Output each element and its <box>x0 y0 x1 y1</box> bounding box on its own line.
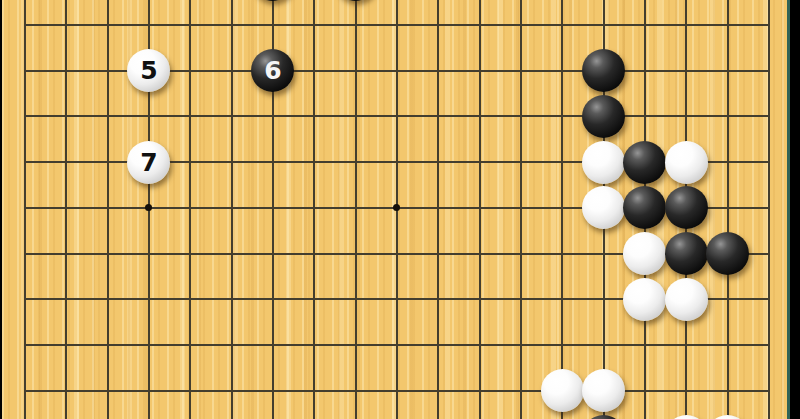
grid-vline <box>107 0 109 419</box>
stone-black: 6 <box>251 49 294 92</box>
stone-black <box>251 0 294 1</box>
star-point <box>393 204 400 211</box>
stone-white <box>623 278 666 321</box>
grid-hline <box>24 115 770 117</box>
grid-vline <box>313 0 315 419</box>
grid-vline <box>65 0 67 419</box>
stone-white <box>665 415 708 419</box>
stone-white <box>706 415 749 419</box>
stone-black <box>706 232 749 275</box>
grid-vline <box>189 0 191 419</box>
grid-hline <box>24 344 770 346</box>
grid-hline <box>24 24 770 26</box>
grid-vline <box>231 0 233 419</box>
move-number-label: 6 <box>264 58 281 83</box>
grid-vline <box>437 0 439 419</box>
stone-white <box>623 232 666 275</box>
grid-vline <box>355 0 357 419</box>
stone-white: 7 <box>127 141 170 184</box>
stone-white: 5 <box>127 49 170 92</box>
grid-vline <box>768 0 770 419</box>
grid-hline <box>24 390 770 392</box>
stone-white <box>541 369 584 412</box>
stone-black <box>623 186 666 229</box>
go-board: 567 <box>2 0 787 419</box>
move-number-label: 5 <box>140 58 157 83</box>
stone-black <box>665 186 708 229</box>
stone-black <box>623 141 666 184</box>
stone-black <box>582 95 625 138</box>
screenshot-root: { "game": "go", "board_size": 19, "view"… <box>0 0 800 419</box>
star-point <box>145 204 152 211</box>
stone-white <box>665 278 708 321</box>
stone-white <box>582 186 625 229</box>
grid-vline <box>561 0 563 419</box>
stone-black <box>665 232 708 275</box>
grid-vline <box>727 0 729 419</box>
stone-black <box>582 415 625 419</box>
grid-vline <box>479 0 481 419</box>
move-number-label: 7 <box>140 150 157 175</box>
board-right-edge-trim <box>787 0 790 419</box>
stone-white <box>582 141 625 184</box>
stone-white <box>665 141 708 184</box>
grid-vline <box>24 0 26 419</box>
stone-white <box>582 369 625 412</box>
grid-vline <box>520 0 522 419</box>
stone-black <box>334 0 377 1</box>
stone-black <box>582 49 625 92</box>
